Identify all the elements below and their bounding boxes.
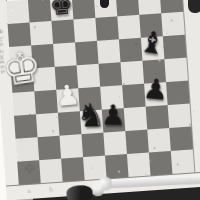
- dust-dot: [119, 96, 120, 97]
- dust-dot: [158, 59, 160, 61]
- dust-dot: [177, 163, 179, 165]
- cutoff-piece-top: [100, 0, 109, 8]
- dust-dot: [149, 160, 150, 161]
- dust-dot: [68, 77, 69, 78]
- dust-dot: [88, 107, 90, 109]
- dust-dot: [193, 110, 194, 111]
- dust-dot: [17, 154, 19, 156]
- dust-dot: [145, 174, 146, 175]
- dust-dot: [91, 168, 92, 169]
- dust-dot: [33, 100, 34, 101]
- captured-black-piece: [66, 185, 93, 200]
- black-pawn-e3: ♟: [99, 102, 127, 130]
- piece-layer: ♚♝♚♟♟♞♟: [0, 0, 200, 200]
- dust-dot: [190, 49, 191, 50]
- dust-dot: [21, 140, 22, 141]
- dust-dot: [7, 23, 8, 24]
- dust-dot: [60, 103, 61, 104]
- dust-dot: [64, 90, 66, 92]
- white-king-a5: ♚: [0, 43, 47, 93]
- dust-dot: [65, 16, 66, 17]
- dark-object-top-right: [188, 0, 200, 13]
- dust-dot: [52, 130, 54, 132]
- dust-dot: [30, 39, 31, 40]
- dust-dot: [167, 33, 168, 34]
- dust-dot: [127, 70, 128, 71]
- dust-dot: [135, 43, 137, 45]
- dust-dot: [29, 114, 31, 116]
- dust-dot: [122, 157, 123, 158]
- dust-dot: [131, 56, 132, 57]
- dust-dot: [11, 10, 13, 12]
- dust-dot: [181, 150, 182, 151]
- dust-dot: [154, 73, 155, 74]
- dust-dot: [92, 93, 93, 94]
- chess-board: ♔ US CHESS abcdefgh ❖ ♚♝♚♟♟♞♟: [0, 0, 200, 200]
- dust-dot: [185, 137, 186, 138]
- dust-dot: [87, 181, 88, 182]
- dust-dot: [2, 36, 3, 37]
- dust-dot: [96, 80, 97, 81]
- dust-dot: [56, 117, 57, 118]
- dust-dot: [171, 20, 173, 22]
- dust-dot: [163, 46, 164, 47]
- dust-dot: [118, 171, 120, 173]
- dust-dot: [189, 123, 191, 125]
- dust-dot: [158, 134, 159, 135]
- chessboard-photo: ♔ US CHESS abcdefgh ❖ ♚♝♚♟♟♞♟: [0, 0, 200, 200]
- dust-dot: [154, 147, 156, 149]
- black-pawn-g4: ♟: [140, 75, 170, 105]
- captured-white-pawn: [92, 180, 104, 197]
- dust-dot: [69, 3, 71, 5]
- dust-dot: [34, 26, 36, 28]
- dust-dot: [97, 6, 98, 7]
- dust-dot: [100, 67, 102, 69]
- dust-dot: [123, 83, 125, 85]
- dust-dot: [126, 144, 127, 145]
- black-bishop-g6: ♝: [135, 26, 169, 60]
- dust-dot: [61, 29, 62, 30]
- dust-dot: [25, 127, 26, 128]
- dust-dot: [38, 13, 39, 14]
